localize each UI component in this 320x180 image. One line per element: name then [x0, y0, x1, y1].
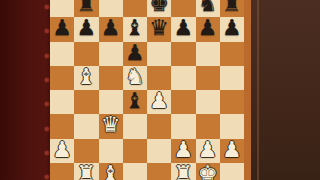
black-pawn: ♟	[174, 17, 194, 39]
square-b4[interactable]	[74, 90, 98, 114]
square-e7[interactable]: ♛	[147, 17, 171, 41]
square-a4[interactable]	[50, 90, 74, 114]
square-g5[interactable]	[196, 66, 220, 90]
white-pawn: ♟	[198, 139, 218, 161]
square-d1[interactable]	[123, 163, 147, 180]
square-e1[interactable]	[147, 163, 171, 180]
square-c5[interactable]	[99, 66, 123, 90]
square-h6[interactable]	[220, 42, 244, 66]
black-bishop: ♝	[125, 90, 145, 112]
square-d5[interactable]: ♞	[123, 66, 147, 90]
white-pawn: ♟	[52, 139, 72, 161]
square-g2[interactable]: ♟	[196, 139, 220, 163]
square-d3[interactable]	[123, 114, 147, 138]
square-h4[interactable]	[220, 90, 244, 114]
black-queen: ♛	[149, 17, 169, 39]
square-g7[interactable]: ♟	[196, 17, 220, 41]
white-pawn: ♟	[174, 139, 194, 161]
white-pawn: ♟	[222, 139, 242, 161]
square-h1[interactable]	[220, 163, 244, 180]
black-knight: ♞	[198, 0, 218, 15]
square-a1[interactable]	[50, 163, 74, 180]
strip-dot	[45, 5, 49, 9]
white-rook: ♜	[174, 163, 194, 180]
white-queen: ♛	[101, 114, 121, 136]
square-b6[interactable]	[74, 42, 98, 66]
square-a2[interactable]: ♟	[50, 139, 74, 163]
square-b5[interactable]: ♝	[74, 66, 98, 90]
square-g3[interactable]	[196, 114, 220, 138]
square-a3[interactable]	[50, 114, 74, 138]
square-f7[interactable]: ♟	[171, 17, 195, 41]
square-b7[interactable]: ♟	[74, 17, 98, 41]
left-letterbox-strip	[0, 0, 50, 180]
black-pawn: ♟	[222, 17, 242, 39]
white-king: ♚	[198, 163, 218, 180]
strip-dot	[45, 175, 49, 179]
square-c3[interactable]: ♛	[99, 114, 123, 138]
square-f4[interactable]	[171, 90, 195, 114]
square-c1[interactable]: ♝	[99, 163, 123, 180]
white-knight: ♞	[125, 66, 145, 88]
square-e5[interactable]	[147, 66, 171, 90]
strip-dot	[45, 151, 49, 155]
square-d4[interactable]: ♝	[123, 90, 147, 114]
square-g6[interactable]	[196, 42, 220, 66]
square-f1[interactable]: ♜	[171, 163, 195, 180]
black-pawn: ♟	[125, 42, 145, 64]
square-a7[interactable]: ♟	[50, 17, 74, 41]
right-letterbox-strip	[251, 0, 320, 180]
strip-dot	[45, 54, 49, 58]
strip-dot	[45, 102, 49, 106]
square-g1[interactable]: ♚	[196, 163, 220, 180]
black-king: ♚	[149, 0, 169, 15]
square-d6[interactable]: ♟	[123, 42, 147, 66]
square-h2[interactable]: ♟	[220, 139, 244, 163]
black-rook: ♜	[222, 0, 242, 15]
square-c6[interactable]	[99, 42, 123, 66]
video-frame: ♜♚♞♜♟♟♟♝♛♟♟♟♟♝♞♝♟♛♟♟♟♟♜♝♜♚	[0, 0, 320, 180]
strip-dot	[45, 78, 49, 82]
strip-dot	[45, 29, 49, 33]
square-h3[interactable]	[220, 114, 244, 138]
square-g4[interactable]	[196, 90, 220, 114]
square-h7[interactable]: ♟	[220, 17, 244, 41]
white-bishop: ♝	[77, 66, 97, 88]
square-e3[interactable]	[147, 114, 171, 138]
square-c2[interactable]	[99, 139, 123, 163]
white-pawn: ♟	[149, 90, 169, 112]
strip-dot	[45, 127, 49, 131]
square-b2[interactable]	[74, 139, 98, 163]
square-f2[interactable]: ♟	[171, 139, 195, 163]
square-a5[interactable]	[50, 66, 74, 90]
square-c7[interactable]: ♟	[99, 17, 123, 41]
square-c4[interactable]	[99, 90, 123, 114]
square-e2[interactable]	[147, 139, 171, 163]
black-pawn: ♟	[101, 17, 121, 39]
square-e6[interactable]	[147, 42, 171, 66]
square-f3[interactable]	[171, 114, 195, 138]
black-pawn: ♟	[52, 17, 72, 39]
chess-board[interactable]: ♜♚♞♜♟♟♟♝♛♟♟♟♟♝♞♝♟♛♟♟♟♟♜♝♜♚	[50, 0, 244, 180]
white-rook: ♜	[77, 163, 97, 180]
black-bishop: ♝	[125, 17, 145, 39]
board-frame-edge	[244, 0, 251, 180]
square-d2[interactable]	[123, 139, 147, 163]
square-b1[interactable]: ♜	[74, 163, 98, 180]
square-e4[interactable]: ♟	[147, 90, 171, 114]
square-h5[interactable]	[220, 66, 244, 90]
black-pawn: ♟	[77, 17, 97, 39]
square-b3[interactable]	[74, 114, 98, 138]
square-a6[interactable]	[50, 42, 74, 66]
square-d7[interactable]: ♝	[123, 17, 147, 41]
square-f5[interactable]	[171, 66, 195, 90]
board-edge-highlight	[257, 0, 259, 180]
square-f6[interactable]	[171, 42, 195, 66]
black-pawn: ♟	[198, 17, 218, 39]
white-bishop: ♝	[101, 163, 121, 180]
black-rook: ♜	[77, 0, 97, 15]
